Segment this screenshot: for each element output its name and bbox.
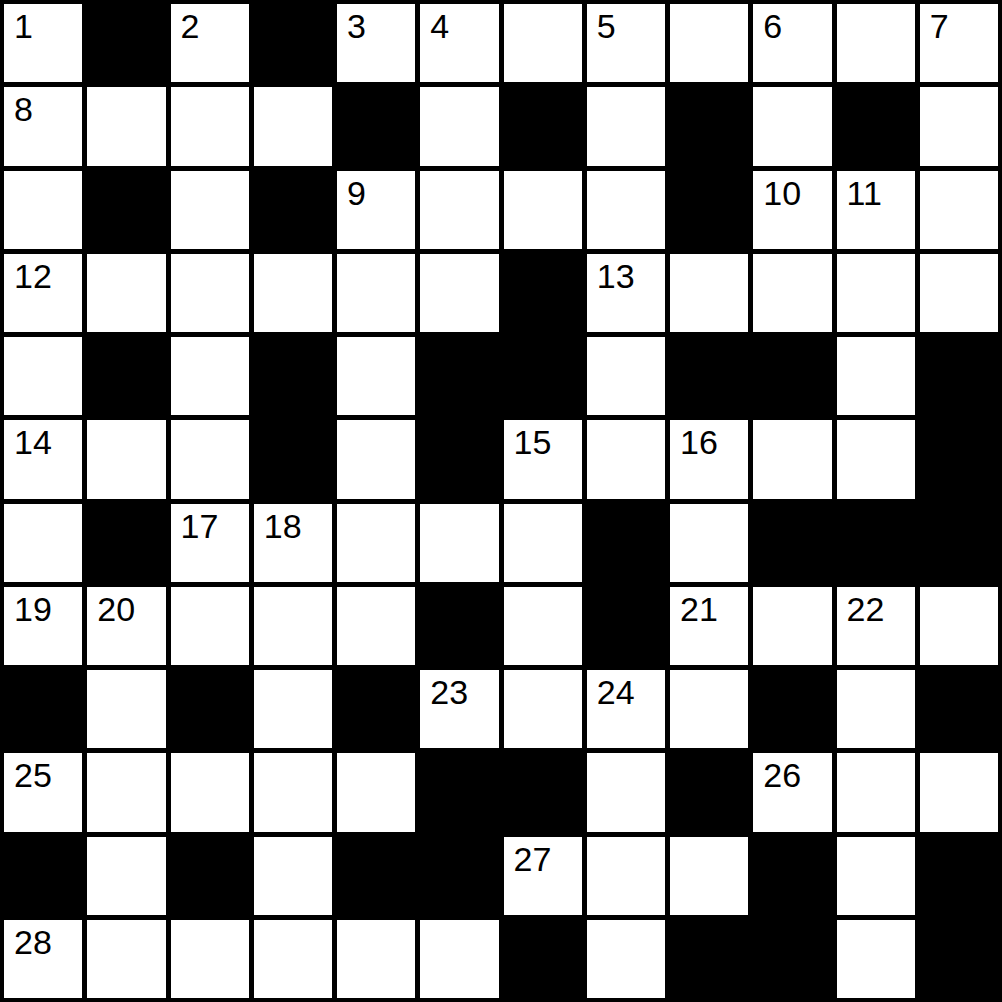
white-cell-r11c4[interactable] [254, 837, 332, 915]
clue-number-3: 3 [347, 9, 366, 43]
clue-number-23: 23 [430, 675, 468, 709]
white-cell-r6c5[interactable] [337, 420, 415, 498]
black-cell-r11c12 [920, 837, 998, 915]
clue-number-19: 19 [14, 592, 52, 626]
clue-number-7: 7 [930, 9, 949, 43]
white-cell-r2c4[interactable] [254, 87, 332, 165]
white-cell-r11c8[interactable] [587, 837, 665, 915]
clue-number-16: 16 [680, 425, 718, 459]
clue-number-13: 13 [597, 259, 635, 293]
white-cell-r3c7[interactable] [504, 171, 582, 249]
white-cell-r1c9[interactable] [670, 4, 748, 82]
black-cell-r9c10 [753, 670, 831, 748]
black-cell-r9c3 [171, 670, 249, 748]
white-cell-r5c8[interactable] [587, 337, 665, 415]
white-cell-r6c7[interactable]: 15 [504, 420, 582, 498]
white-cell-r10c10[interactable]: 26 [753, 753, 831, 831]
white-cell-r6c1[interactable]: 14 [4, 420, 82, 498]
white-cell-r3c8[interactable] [587, 171, 665, 249]
clue-number-1: 1 [14, 9, 33, 43]
black-cell-r6c4 [254, 420, 332, 498]
white-cell-r4c12[interactable] [920, 254, 998, 332]
white-cell-r10c4[interactable] [254, 753, 332, 831]
white-cell-r7c4[interactable]: 18 [254, 504, 332, 582]
black-cell-r3c9 [670, 171, 748, 249]
white-cell-r9c9[interactable] [670, 670, 748, 748]
black-cell-r6c12 [920, 420, 998, 498]
white-cell-r1c1[interactable]: 1 [4, 4, 82, 82]
black-cell-r5c12 [920, 337, 998, 415]
black-cell-r11c3 [171, 837, 249, 915]
white-cell-r3c12[interactable] [920, 171, 998, 249]
clue-number-17: 17 [181, 509, 219, 543]
white-cell-r7c7[interactable] [504, 504, 582, 582]
white-cell-r6c9[interactable]: 16 [670, 420, 748, 498]
white-cell-r6c11[interactable] [837, 420, 915, 498]
white-cell-r3c10[interactable]: 10 [753, 171, 831, 249]
black-cell-r7c12 [920, 504, 998, 582]
white-cell-r5c3[interactable] [171, 337, 249, 415]
black-cell-r7c11 [837, 504, 915, 582]
white-cell-r1c8[interactable]: 5 [587, 4, 665, 82]
white-cell-r7c6[interactable] [420, 504, 498, 582]
clue-number-8: 8 [14, 92, 33, 126]
white-cell-r3c3[interactable] [171, 171, 249, 249]
black-cell-r9c5 [337, 670, 415, 748]
black-cell-r9c12 [920, 670, 998, 748]
white-cell-r8c3[interactable] [171, 587, 249, 665]
black-cell-r2c5 [337, 87, 415, 165]
white-cell-r8c11[interactable]: 22 [837, 587, 915, 665]
clue-number-9: 9 [347, 176, 366, 210]
black-cell-r3c2 [87, 171, 165, 249]
black-cell-r2c7 [504, 87, 582, 165]
white-cell-r12c4[interactable] [254, 920, 332, 998]
white-cell-r12c11[interactable] [837, 920, 915, 998]
white-cell-r8c2[interactable]: 20 [87, 587, 165, 665]
white-cell-r1c11[interactable] [837, 4, 915, 82]
white-cell-r4c4[interactable] [254, 254, 332, 332]
white-cell-r4c8[interactable]: 13 [587, 254, 665, 332]
white-cell-r9c7[interactable] [504, 670, 582, 748]
white-cell-r11c2[interactable] [87, 837, 165, 915]
black-cell-r8c6 [420, 587, 498, 665]
white-cell-r2c8[interactable] [587, 87, 665, 165]
clue-number-26: 26 [763, 758, 801, 792]
white-cell-r4c1[interactable]: 12 [4, 254, 82, 332]
black-cell-r10c9 [670, 753, 748, 831]
clue-number-21: 21 [680, 592, 718, 626]
white-cell-r7c5[interactable] [337, 504, 415, 582]
white-cell-r10c3[interactable] [171, 753, 249, 831]
white-cell-r6c8[interactable] [587, 420, 665, 498]
black-cell-r7c2 [87, 504, 165, 582]
black-cell-r5c10 [753, 337, 831, 415]
white-cell-r8c10[interactable] [753, 587, 831, 665]
black-cell-r1c2 [87, 4, 165, 82]
black-cell-r11c5 [337, 837, 415, 915]
white-cell-r4c10[interactable] [753, 254, 831, 332]
black-cell-r10c7 [504, 753, 582, 831]
white-cell-r4c2[interactable] [87, 254, 165, 332]
white-cell-r7c9[interactable] [670, 504, 748, 582]
clue-number-27: 27 [514, 842, 552, 876]
black-cell-r4c7 [504, 254, 582, 332]
white-cell-r1c7[interactable] [504, 4, 582, 82]
black-cell-r5c2 [87, 337, 165, 415]
white-cell-r8c4[interactable] [254, 587, 332, 665]
white-cell-r1c3[interactable]: 2 [171, 4, 249, 82]
black-cell-r5c6 [420, 337, 498, 415]
black-cell-r11c10 [753, 837, 831, 915]
black-cell-r2c9 [670, 87, 748, 165]
white-cell-r2c1[interactable]: 8 [4, 87, 82, 165]
white-cell-r12c5[interactable] [337, 920, 415, 998]
white-cell-r3c6[interactable] [420, 171, 498, 249]
black-cell-r5c4 [254, 337, 332, 415]
white-cell-r8c7[interactable] [504, 587, 582, 665]
white-cell-r11c7[interactable]: 27 [504, 837, 582, 915]
black-cell-r8c8 [587, 587, 665, 665]
black-cell-r12c9 [670, 920, 748, 998]
white-cell-r1c12[interactable]: 7 [920, 4, 998, 82]
white-cell-r10c12[interactable] [920, 753, 998, 831]
white-cell-r12c6[interactable] [420, 920, 498, 998]
black-cell-r6c6 [420, 420, 498, 498]
clue-number-6: 6 [763, 9, 782, 43]
clue-number-28: 28 [14, 925, 52, 959]
white-cell-r3c5[interactable]: 9 [337, 171, 415, 249]
clue-number-18: 18 [264, 509, 302, 543]
white-cell-r3c11[interactable]: 11 [837, 171, 915, 249]
black-cell-r2c11 [837, 87, 915, 165]
black-cell-r11c6 [420, 837, 498, 915]
white-cell-r1c6[interactable]: 4 [420, 4, 498, 82]
clue-number-25: 25 [14, 758, 52, 792]
black-cell-r3c4 [254, 171, 332, 249]
white-cell-r9c6[interactable]: 23 [420, 670, 498, 748]
white-cell-r5c5[interactable] [337, 337, 415, 415]
white-cell-r8c1[interactable]: 19 [4, 587, 82, 665]
white-cell-r4c5[interactable] [337, 254, 415, 332]
white-cell-r8c9[interactable]: 21 [670, 587, 748, 665]
black-cell-r12c12 [920, 920, 998, 998]
white-cell-r11c9[interactable] [670, 837, 748, 915]
clue-number-22: 22 [847, 592, 885, 626]
white-cell-r9c11[interactable] [837, 670, 915, 748]
black-cell-r9c1 [4, 670, 82, 748]
white-cell-r10c11[interactable] [837, 753, 915, 831]
white-cell-r2c3[interactable] [171, 87, 249, 165]
white-cell-r9c2[interactable] [87, 670, 165, 748]
white-cell-r1c10[interactable]: 6 [753, 4, 831, 82]
clue-number-15: 15 [514, 425, 552, 459]
white-cell-r11c11[interactable] [837, 837, 915, 915]
white-cell-r10c5[interactable] [337, 753, 415, 831]
white-cell-r10c8[interactable] [587, 753, 665, 831]
white-cell-r9c4[interactable] [254, 670, 332, 748]
black-cell-r7c8 [587, 504, 665, 582]
white-cell-r12c8[interactable] [587, 920, 665, 998]
white-cell-r12c1[interactable]: 28 [4, 920, 82, 998]
white-cell-r7c3[interactable]: 17 [171, 504, 249, 582]
white-cell-r4c9[interactable] [670, 254, 748, 332]
white-cell-r2c12[interactable] [920, 87, 998, 165]
white-cell-r2c6[interactable] [420, 87, 498, 165]
white-cell-r4c3[interactable] [171, 254, 249, 332]
black-cell-r11c1 [4, 837, 82, 915]
black-cell-r5c9 [670, 337, 748, 415]
white-cell-r9c8[interactable]: 24 [587, 670, 665, 748]
clue-number-4: 4 [430, 9, 449, 43]
white-cell-r8c5[interactable] [337, 587, 415, 665]
black-cell-r10c6 [420, 753, 498, 831]
white-cell-r1c5[interactable]: 3 [337, 4, 415, 82]
clue-number-20: 20 [97, 592, 135, 626]
white-cell-r4c6[interactable] [420, 254, 498, 332]
crossword-grid: 1234567891011121314151617181920212223242… [0, 0, 1002, 1002]
white-cell-r3c1[interactable] [4, 171, 82, 249]
white-cell-r10c1[interactable]: 25 [4, 753, 82, 831]
clue-number-24: 24 [597, 675, 635, 709]
white-cell-r12c3[interactable] [171, 920, 249, 998]
white-cell-r6c10[interactable] [753, 420, 831, 498]
black-cell-r12c7 [504, 920, 582, 998]
clue-number-14: 14 [14, 425, 52, 459]
black-cell-r7c10 [753, 504, 831, 582]
white-cell-r8c12[interactable] [920, 587, 998, 665]
clue-number-5: 5 [597, 9, 616, 43]
clue-number-11: 11 [847, 176, 882, 210]
black-cell-r1c4 [254, 4, 332, 82]
white-cell-r7c1[interactable] [4, 504, 82, 582]
black-cell-r5c7 [504, 337, 582, 415]
clue-number-10: 10 [763, 176, 801, 210]
white-cell-r12c2[interactable] [87, 920, 165, 998]
clue-number-2: 2 [181, 9, 200, 43]
white-cell-r4c11[interactable] [837, 254, 915, 332]
black-cell-r12c10 [753, 920, 831, 998]
white-cell-r6c3[interactable] [171, 420, 249, 498]
white-cell-r2c2[interactable] [87, 87, 165, 165]
white-cell-r5c1[interactable] [4, 337, 82, 415]
white-cell-r10c2[interactable] [87, 753, 165, 831]
white-cell-r6c2[interactable] [87, 420, 165, 498]
white-cell-r2c10[interactable] [753, 87, 831, 165]
clue-number-12: 12 [14, 259, 52, 293]
white-cell-r5c11[interactable] [837, 337, 915, 415]
